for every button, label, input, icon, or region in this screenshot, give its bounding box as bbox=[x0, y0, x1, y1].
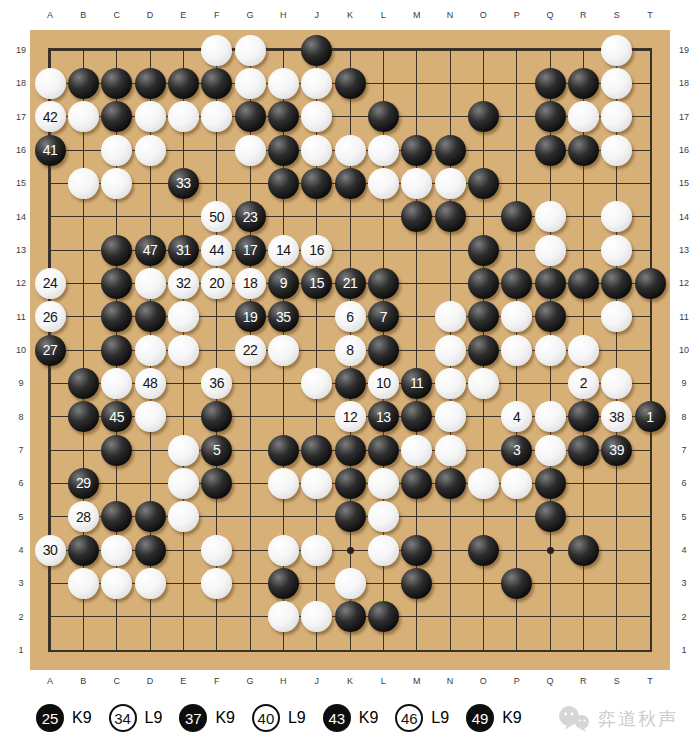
stone-black-R18 bbox=[568, 68, 599, 99]
move-number-label: 32 bbox=[176, 276, 191, 290]
column-label-bottom-B: B bbox=[73, 676, 93, 686]
stone-white-C3 bbox=[101, 568, 132, 599]
stone-white-K3 bbox=[335, 568, 366, 599]
row-label-right-5: 5 bbox=[671, 512, 697, 522]
stone-white-S16 bbox=[601, 135, 632, 166]
move-number-label: 39 bbox=[609, 443, 624, 457]
column-label-bottom-E: E bbox=[173, 676, 193, 686]
stone-black-C13 bbox=[101, 235, 132, 266]
stone-white-E6 bbox=[168, 468, 199, 499]
row-label-right-9: 9 bbox=[671, 378, 697, 388]
stone-white-L9: 10 bbox=[368, 368, 399, 399]
stone-white-A18 bbox=[35, 68, 66, 99]
move-number-label: 18 bbox=[243, 276, 258, 290]
stone-white-G18 bbox=[235, 68, 266, 99]
column-label-top-D: D bbox=[140, 10, 160, 20]
column-label-bottom-H: H bbox=[273, 676, 293, 686]
move-number-label: 14 bbox=[276, 243, 291, 257]
stone-black-H11: 35 bbox=[268, 301, 299, 332]
stone-white-L6 bbox=[368, 468, 399, 499]
stone-white-N10 bbox=[435, 335, 466, 366]
stone-white-G16 bbox=[235, 135, 266, 166]
stone-white-H13: 14 bbox=[268, 235, 299, 266]
stone-white-D9: 48 bbox=[135, 368, 166, 399]
row-label-right-11: 11 bbox=[671, 312, 697, 322]
move-number-label: 24 bbox=[43, 276, 58, 290]
row-label-right-17: 17 bbox=[671, 112, 697, 122]
stone-white-E17 bbox=[168, 101, 199, 132]
stone-black-Q18 bbox=[535, 68, 566, 99]
stone-black-D11 bbox=[135, 301, 166, 332]
stone-white-F3 bbox=[201, 568, 232, 599]
column-label-bottom-G: G bbox=[240, 676, 260, 686]
stone-white-N15 bbox=[435, 168, 466, 199]
stone-black-N16 bbox=[435, 135, 466, 166]
column-label-top-R: R bbox=[573, 10, 593, 20]
stone-black-K9 bbox=[335, 368, 366, 399]
stone-white-K16 bbox=[335, 135, 366, 166]
stone-white-A11: 26 bbox=[35, 301, 66, 332]
stone-black-J12: 15 bbox=[301, 268, 332, 299]
stone-black-F7: 5 bbox=[201, 435, 232, 466]
column-label-top-F: F bbox=[207, 10, 227, 20]
stone-white-F9: 36 bbox=[201, 368, 232, 399]
move-number-label: 42 bbox=[43, 110, 58, 124]
row-label-left-18: 18 bbox=[8, 78, 34, 88]
stone-black-M16 bbox=[401, 135, 432, 166]
move-number-label: 5 bbox=[213, 443, 220, 457]
row-label-left-19: 19 bbox=[8, 45, 34, 55]
stone-white-K11: 6 bbox=[335, 301, 366, 332]
column-label-bottom-F: F bbox=[207, 676, 227, 686]
column-label-top-N: N bbox=[440, 10, 460, 20]
stone-white-B5: 28 bbox=[68, 501, 99, 532]
stone-black-F6 bbox=[201, 468, 232, 499]
stone-white-E11 bbox=[168, 301, 199, 332]
stone-black-T8: 1 bbox=[635, 401, 666, 432]
column-label-top-E: E bbox=[173, 10, 193, 20]
row-label-right-7: 7 bbox=[671, 445, 697, 455]
stone-black-J15 bbox=[301, 168, 332, 199]
column-label-bottom-C: C bbox=[107, 676, 127, 686]
move-number-label: 47 bbox=[143, 243, 158, 257]
stone-white-E7 bbox=[168, 435, 199, 466]
go-diagram-page: 4241335023473144171416243220189152126193… bbox=[0, 0, 700, 749]
stone-white-K10: 8 bbox=[335, 335, 366, 366]
stone-black-B9 bbox=[68, 368, 99, 399]
row-label-right-4: 4 bbox=[671, 545, 697, 555]
stone-black-J7 bbox=[301, 435, 332, 466]
caption-move-49: 49K9 bbox=[466, 704, 522, 732]
stone-white-K8: 12 bbox=[335, 401, 366, 432]
stone-white-Q13 bbox=[535, 235, 566, 266]
stone-white-H18 bbox=[268, 68, 299, 99]
move-number-label: 2 bbox=[580, 376, 587, 390]
row-label-right-13: 13 bbox=[671, 245, 697, 255]
stone-black-E18 bbox=[168, 68, 199, 99]
row-label-right-15: 15 bbox=[671, 178, 697, 188]
stone-white-E12: 32 bbox=[168, 268, 199, 299]
stone-white-R17 bbox=[568, 101, 599, 132]
stone-white-A12: 24 bbox=[35, 268, 66, 299]
stone-black-R4 bbox=[568, 535, 599, 566]
stone-white-M7 bbox=[401, 435, 432, 466]
row-label-left-17: 17 bbox=[8, 112, 34, 122]
stone-white-O6 bbox=[468, 468, 499, 499]
move-number-label: 30 bbox=[43, 543, 58, 557]
caption-stone-white-46: 46 bbox=[395, 704, 423, 732]
move-number-label: 3 bbox=[513, 443, 520, 457]
stone-white-G10: 22 bbox=[235, 335, 266, 366]
move-number-label: 15 bbox=[309, 276, 324, 290]
move-number-label: 50 bbox=[209, 210, 224, 224]
stone-black-H12: 9 bbox=[268, 268, 299, 299]
stone-black-B18 bbox=[68, 68, 99, 99]
column-label-top-L: L bbox=[373, 10, 393, 20]
caption-point-label: K9 bbox=[502, 709, 522, 727]
stone-white-H2 bbox=[268, 601, 299, 632]
stone-black-S7: 39 bbox=[601, 435, 632, 466]
column-label-bottom-L: L bbox=[373, 676, 393, 686]
stone-black-N6 bbox=[435, 468, 466, 499]
stone-white-S19 bbox=[601, 35, 632, 66]
move-number-label: 27 bbox=[43, 343, 58, 357]
caption-move-37: 37K9 bbox=[179, 704, 235, 732]
move-number-label: 33 bbox=[176, 176, 191, 190]
stone-black-O15 bbox=[468, 168, 499, 199]
stone-black-O17 bbox=[468, 101, 499, 132]
stone-black-E13: 31 bbox=[168, 235, 199, 266]
stone-black-S12 bbox=[601, 268, 632, 299]
stone-white-F19 bbox=[201, 35, 232, 66]
column-label-top-G: G bbox=[240, 10, 260, 20]
move-number-label: 20 bbox=[209, 276, 224, 290]
row-label-left-14: 14 bbox=[8, 212, 34, 222]
stone-black-G13: 17 bbox=[235, 235, 266, 266]
row-label-left-6: 6 bbox=[8, 478, 34, 488]
caption-point-label: L9 bbox=[431, 709, 449, 727]
stone-white-D17 bbox=[135, 101, 166, 132]
stone-white-J6 bbox=[301, 468, 332, 499]
stone-black-D18 bbox=[135, 68, 166, 99]
stone-white-G19 bbox=[235, 35, 266, 66]
move-number-label: 29 bbox=[76, 476, 91, 490]
stone-white-F12: 20 bbox=[201, 268, 232, 299]
column-label-top-H: H bbox=[273, 10, 293, 20]
stone-white-J4 bbox=[301, 535, 332, 566]
row-label-right-10: 10 bbox=[671, 345, 697, 355]
stone-white-Q7 bbox=[535, 435, 566, 466]
stone-black-J19 bbox=[301, 35, 332, 66]
stone-black-K5 bbox=[335, 501, 366, 532]
row-label-right-12: 12 bbox=[671, 278, 697, 288]
stone-white-R10 bbox=[568, 335, 599, 366]
stone-black-C7 bbox=[101, 435, 132, 466]
stone-black-L8: 13 bbox=[368, 401, 399, 432]
stone-white-C16 bbox=[101, 135, 132, 166]
stone-black-Q5 bbox=[535, 501, 566, 532]
star-point bbox=[547, 547, 554, 554]
stone-black-M3 bbox=[401, 568, 432, 599]
row-label-left-2: 2 bbox=[8, 612, 34, 622]
stone-black-G17 bbox=[235, 101, 266, 132]
row-label-left-3: 3 bbox=[8, 578, 34, 588]
stone-black-O11 bbox=[468, 301, 499, 332]
stone-white-N8 bbox=[435, 401, 466, 432]
move-number-label: 41 bbox=[43, 143, 58, 157]
stone-black-R16 bbox=[568, 135, 599, 166]
stone-white-L5 bbox=[368, 501, 399, 532]
stone-black-Q16 bbox=[535, 135, 566, 166]
caption-stone-white-40: 40 bbox=[252, 704, 280, 732]
caption-stone-black-49: 49 bbox=[466, 704, 494, 732]
stone-black-M6 bbox=[401, 468, 432, 499]
column-label-top-T: T bbox=[640, 10, 660, 20]
row-label-right-18: 18 bbox=[671, 78, 697, 88]
watermark: 弈道秋声 bbox=[557, 702, 678, 736]
move-number-label: 48 bbox=[143, 376, 158, 390]
caption-point-label: L9 bbox=[288, 709, 306, 727]
row-label-left-8: 8 bbox=[8, 412, 34, 422]
stone-black-P12 bbox=[501, 268, 532, 299]
stone-black-L17 bbox=[368, 101, 399, 132]
stone-white-H6 bbox=[268, 468, 299, 499]
stone-white-B17 bbox=[68, 101, 99, 132]
stone-white-F13: 44 bbox=[201, 235, 232, 266]
column-label-top-B: B bbox=[73, 10, 93, 20]
move-number-label: 23 bbox=[243, 210, 258, 224]
caption-move-43: 43K9 bbox=[323, 704, 379, 732]
move-number-label: 45 bbox=[109, 410, 124, 424]
stone-black-Q17 bbox=[535, 101, 566, 132]
move-number-label: 16 bbox=[309, 243, 324, 257]
stone-black-K6 bbox=[335, 468, 366, 499]
stone-white-L16 bbox=[368, 135, 399, 166]
move-number-label: 4 bbox=[513, 410, 520, 424]
stone-white-M15 bbox=[401, 168, 432, 199]
stone-black-N14 bbox=[435, 201, 466, 232]
column-label-bottom-D: D bbox=[140, 676, 160, 686]
stone-black-K2 bbox=[335, 601, 366, 632]
stone-white-J13: 16 bbox=[301, 235, 332, 266]
stone-white-L4 bbox=[368, 535, 399, 566]
caption-point-label: L9 bbox=[145, 709, 163, 727]
stone-white-B3 bbox=[68, 568, 99, 599]
caption-row: 25K934L937K940L943K946L949K9 bbox=[36, 703, 539, 733]
stone-black-D13: 47 bbox=[135, 235, 166, 266]
stone-black-O4 bbox=[468, 535, 499, 566]
stone-black-C18 bbox=[101, 68, 132, 99]
caption-move-34: 34L9 bbox=[109, 704, 163, 732]
column-label-bottom-S: S bbox=[607, 676, 627, 686]
stone-white-J18 bbox=[301, 68, 332, 99]
stone-black-Q12 bbox=[535, 268, 566, 299]
stone-black-G11: 19 bbox=[235, 301, 266, 332]
stone-white-F4 bbox=[201, 535, 232, 566]
stone-white-P6 bbox=[501, 468, 532, 499]
caption-point-label: K9 bbox=[72, 709, 92, 727]
stone-black-K18 bbox=[335, 68, 366, 99]
column-label-bottom-M: M bbox=[407, 676, 427, 686]
row-label-right-19: 19 bbox=[671, 45, 697, 55]
row-label-left-12: 12 bbox=[8, 278, 34, 288]
stone-white-D3 bbox=[135, 568, 166, 599]
row-label-left-11: 11 bbox=[8, 312, 34, 322]
stone-white-D10 bbox=[135, 335, 166, 366]
stone-black-O10 bbox=[468, 335, 499, 366]
star-point bbox=[347, 547, 354, 554]
stone-white-Q14 bbox=[535, 201, 566, 232]
stone-black-F18 bbox=[201, 68, 232, 99]
move-number-label: 9 bbox=[280, 276, 287, 290]
wechat-logo-icon bbox=[557, 704, 591, 734]
stone-black-H15 bbox=[268, 168, 299, 199]
stone-white-Q8 bbox=[535, 401, 566, 432]
stone-black-B6: 29 bbox=[68, 468, 99, 499]
stone-black-T12 bbox=[635, 268, 666, 299]
stone-black-L12 bbox=[368, 268, 399, 299]
stone-black-H16 bbox=[268, 135, 299, 166]
move-number-label: 7 bbox=[380, 310, 387, 324]
watermark-text: 弈道秋声 bbox=[598, 707, 678, 731]
stone-white-L15 bbox=[368, 168, 399, 199]
stone-white-N9 bbox=[435, 368, 466, 399]
move-number-label: 17 bbox=[243, 243, 258, 257]
column-label-bottom-R: R bbox=[573, 676, 593, 686]
move-number-label: 22 bbox=[243, 343, 258, 357]
stone-white-S13 bbox=[601, 235, 632, 266]
row-label-right-1: 1 bbox=[671, 645, 697, 655]
column-label-top-C: C bbox=[107, 10, 127, 20]
stone-black-H3 bbox=[268, 568, 299, 599]
column-label-top-P: P bbox=[507, 10, 527, 20]
move-number-label: 13 bbox=[376, 410, 391, 424]
move-number-label: 38 bbox=[609, 410, 624, 424]
stone-black-H7 bbox=[268, 435, 299, 466]
column-label-top-Q: Q bbox=[540, 10, 560, 20]
stone-black-L10 bbox=[368, 335, 399, 366]
stone-black-L2 bbox=[368, 601, 399, 632]
caption-point-label: K9 bbox=[215, 709, 235, 727]
stone-black-B4 bbox=[68, 535, 99, 566]
caption-stone-white-34: 34 bbox=[109, 704, 137, 732]
stone-white-E5 bbox=[168, 501, 199, 532]
stone-black-P3 bbox=[501, 568, 532, 599]
stone-black-R8 bbox=[568, 401, 599, 432]
row-label-left-4: 4 bbox=[8, 545, 34, 555]
stone-black-M9: 11 bbox=[401, 368, 432, 399]
stone-white-C4 bbox=[101, 535, 132, 566]
stone-white-J16 bbox=[301, 135, 332, 166]
column-label-bottom-J: J bbox=[307, 676, 327, 686]
row-label-left-13: 13 bbox=[8, 245, 34, 255]
caption-move-46: 46L9 bbox=[395, 704, 449, 732]
move-number-label: 6 bbox=[346, 310, 353, 324]
column-label-top-S: S bbox=[607, 10, 627, 20]
column-label-bottom-A: A bbox=[40, 676, 60, 686]
stone-white-C9 bbox=[101, 368, 132, 399]
stone-white-J9 bbox=[301, 368, 332, 399]
column-label-bottom-O: O bbox=[473, 676, 493, 686]
caption-stone-black-25: 25 bbox=[36, 704, 64, 732]
stone-white-C15 bbox=[101, 168, 132, 199]
stone-black-M4 bbox=[401, 535, 432, 566]
stone-white-S9 bbox=[601, 368, 632, 399]
move-number-label: 19 bbox=[243, 310, 258, 324]
stone-black-C12 bbox=[101, 268, 132, 299]
stone-black-O13 bbox=[468, 235, 499, 266]
stone-black-E15: 33 bbox=[168, 168, 199, 199]
stone-white-A4: 30 bbox=[35, 535, 66, 566]
stone-black-O12 bbox=[468, 268, 499, 299]
stone-white-B15 bbox=[68, 168, 99, 199]
stone-black-L11: 7 bbox=[368, 301, 399, 332]
caption-point-label: K9 bbox=[359, 709, 379, 727]
stone-black-K12: 21 bbox=[335, 268, 366, 299]
row-label-left-15: 15 bbox=[8, 178, 34, 188]
move-number-label: 8 bbox=[346, 343, 353, 357]
stone-black-Q11 bbox=[535, 301, 566, 332]
stone-black-L7 bbox=[368, 435, 399, 466]
stone-white-R9: 2 bbox=[568, 368, 599, 399]
column-label-bottom-Q: Q bbox=[540, 676, 560, 686]
row-label-right-14: 14 bbox=[671, 212, 697, 222]
column-label-bottom-T: T bbox=[640, 676, 660, 686]
stone-black-D5 bbox=[135, 501, 166, 532]
row-label-left-5: 5 bbox=[8, 512, 34, 522]
stone-white-Q10 bbox=[535, 335, 566, 366]
row-label-left-9: 9 bbox=[8, 378, 34, 388]
row-label-left-10: 10 bbox=[8, 345, 34, 355]
column-label-bottom-K: K bbox=[340, 676, 360, 686]
stone-black-C10 bbox=[101, 335, 132, 366]
stone-black-A16: 41 bbox=[35, 135, 66, 166]
caption-move-40: 40L9 bbox=[252, 704, 306, 732]
stone-black-P7: 3 bbox=[501, 435, 532, 466]
stone-white-N7 bbox=[435, 435, 466, 466]
column-label-bottom-P: P bbox=[507, 676, 527, 686]
move-number-label: 21 bbox=[343, 276, 358, 290]
row-label-left-16: 16 bbox=[8, 145, 34, 155]
stone-white-D8 bbox=[135, 401, 166, 432]
column-label-bottom-N: N bbox=[440, 676, 460, 686]
row-label-left-1: 1 bbox=[8, 645, 34, 655]
stone-black-R12 bbox=[568, 268, 599, 299]
column-label-top-J: J bbox=[307, 10, 327, 20]
column-label-top-O: O bbox=[473, 10, 493, 20]
move-number-label: 44 bbox=[209, 243, 224, 257]
row-label-right-8: 8 bbox=[671, 412, 697, 422]
stone-black-D4 bbox=[135, 535, 166, 566]
stone-white-N11 bbox=[435, 301, 466, 332]
stone-black-H17 bbox=[268, 101, 299, 132]
row-label-right-3: 3 bbox=[671, 578, 697, 588]
stone-white-O9 bbox=[468, 368, 499, 399]
stone-white-H4 bbox=[268, 535, 299, 566]
row-label-right-16: 16 bbox=[671, 145, 697, 155]
stone-white-A17: 42 bbox=[35, 101, 66, 132]
stone-black-R7 bbox=[568, 435, 599, 466]
stone-white-H10 bbox=[268, 335, 299, 366]
stone-white-D16 bbox=[135, 135, 166, 166]
stone-white-S18 bbox=[601, 68, 632, 99]
stone-black-K15 bbox=[335, 168, 366, 199]
move-number-label: 35 bbox=[276, 310, 291, 324]
move-number-label: 28 bbox=[76, 510, 91, 524]
stone-white-E10 bbox=[168, 335, 199, 366]
stone-black-A10: 27 bbox=[35, 335, 66, 366]
move-number-label: 1 bbox=[646, 410, 653, 424]
